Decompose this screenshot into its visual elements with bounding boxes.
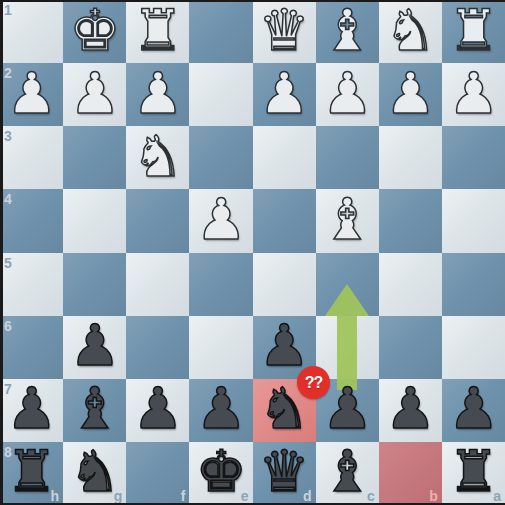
square-e3[interactable] (189, 126, 252, 189)
square-d3[interactable] (253, 126, 316, 189)
piece-white-pawn-b2[interactable]: ♟ (385, 65, 436, 122)
piece-white-bishop-c4[interactable]: ♝ (322, 191, 373, 248)
square-b1[interactable]: ♞ (379, 0, 442, 63)
square-h1[interactable]: 1 (0, 0, 63, 63)
piece-white-pawn-c2[interactable]: ♟ (322, 65, 373, 122)
blunder-badge: ?? (297, 366, 330, 399)
square-b5[interactable] (379, 253, 442, 316)
square-f1[interactable]: ♜ (126, 0, 189, 63)
square-b2[interactable]: ♟ (379, 63, 442, 126)
piece-white-pawn-f2[interactable]: ♟ (132, 65, 183, 122)
square-c6[interactable] (316, 316, 379, 379)
square-c1[interactable]: ♝ (316, 0, 379, 63)
board-edge-left (0, 0, 3, 505)
square-b4[interactable] (379, 189, 442, 252)
square-g6[interactable]: ♟ (63, 316, 126, 379)
square-d5[interactable] (253, 253, 316, 316)
square-f3[interactable]: ♞ (126, 126, 189, 189)
square-e6[interactable] (189, 316, 252, 379)
blunder-badge-text: ?? (305, 374, 323, 392)
square-f4[interactable] (126, 189, 189, 252)
square-f8[interactable]: f (126, 442, 189, 505)
square-c5[interactable] (316, 253, 379, 316)
piece-white-pawn-a2[interactable]: ♟ (448, 65, 499, 122)
square-g5[interactable] (63, 253, 126, 316)
square-h2[interactable]: 2♟ (0, 63, 63, 126)
square-a4[interactable] (442, 189, 505, 252)
piece-white-knight-b1[interactable]: ♞ (385, 2, 436, 59)
square-e8[interactable]: e♚ (189, 442, 252, 505)
square-g2[interactable]: ♟ (63, 63, 126, 126)
square-a5[interactable] (442, 253, 505, 316)
piece-black-rook-h8[interactable]: ♜ (6, 443, 57, 500)
piece-black-pawn-c7[interactable]: ♟ (322, 380, 373, 437)
piece-black-pawn-f7[interactable]: ♟ (132, 380, 183, 437)
square-c2[interactable]: ♟ (316, 63, 379, 126)
piece-black-pawn-d6[interactable]: ♟ (259, 317, 310, 374)
rank-label-1: 1 (4, 3, 12, 17)
piece-white-pawn-h2[interactable]: ♟ (6, 65, 57, 122)
piece-white-pawn-d2[interactable]: ♟ (259, 65, 310, 122)
rank-label-5: 5 (4, 256, 12, 270)
square-b6[interactable] (379, 316, 442, 379)
square-e7[interactable]: ♟ (189, 379, 252, 442)
piece-black-bishop-c8[interactable]: ♝ (322, 443, 373, 500)
piece-black-knight-g8[interactable]: ♞ (69, 443, 120, 500)
square-b8[interactable]: b (379, 442, 442, 505)
square-a2[interactable]: ♟ (442, 63, 505, 126)
board-edge-top (0, 0, 505, 2)
square-g3[interactable] (63, 126, 126, 189)
square-f7[interactable]: ♟ (126, 379, 189, 442)
square-f5[interactable] (126, 253, 189, 316)
file-label-f: f (181, 489, 186, 503)
square-h7[interactable]: 7♟ (0, 379, 63, 442)
file-label-b: b (429, 489, 438, 503)
square-e2[interactable] (189, 63, 252, 126)
square-e1[interactable] (189, 0, 252, 63)
piece-black-pawn-e7[interactable]: ♟ (195, 380, 246, 437)
square-c8[interactable]: c♝ (316, 442, 379, 505)
square-h5[interactable]: 5 (0, 253, 63, 316)
square-c4[interactable]: ♝ (316, 189, 379, 252)
piece-white-knight-f3[interactable]: ♞ (132, 128, 183, 185)
square-g7[interactable]: ♝ (63, 379, 126, 442)
piece-black-pawn-a7[interactable]: ♟ (448, 380, 499, 437)
rank-label-6: 6 (4, 319, 12, 333)
square-e5[interactable] (189, 253, 252, 316)
square-b3[interactable] (379, 126, 442, 189)
piece-black-pawn-g6[interactable]: ♟ (69, 317, 120, 374)
square-g4[interactable] (63, 189, 126, 252)
piece-black-pawn-b7[interactable]: ♟ (385, 380, 436, 437)
square-b7[interactable]: ♟ (379, 379, 442, 442)
piece-black-bishop-g7[interactable]: ♝ (69, 380, 120, 437)
piece-white-rook-a1[interactable]: ♜ (448, 2, 499, 59)
square-h3[interactable]: 3 (0, 126, 63, 189)
piece-black-rook-a8[interactable]: ♜ (448, 443, 499, 500)
piece-black-queen-d8[interactable]: ♛ (259, 443, 310, 500)
piece-white-pawn-e4[interactable]: ♟ (195, 191, 246, 248)
chess-board: 1♚♜♛♝♞♜2♟♟♟♟♟♟♟3♞4♟♝56♟♟7♟♝♟♟♞♟♟♟8h♜g♞fe… (0, 0, 505, 505)
piece-white-rook-f1[interactable]: ♜ (132, 2, 183, 59)
square-f6[interactable] (126, 316, 189, 379)
square-h4[interactable]: 4 (0, 189, 63, 252)
square-d2[interactable]: ♟ (253, 63, 316, 126)
piece-white-pawn-g2[interactable]: ♟ (69, 65, 120, 122)
square-d8[interactable]: d♛ (253, 442, 316, 505)
square-a6[interactable] (442, 316, 505, 379)
chess-board-frame: 1♚♜♛♝♞♜2♟♟♟♟♟♟♟3♞4♟♝56♟♟7♟♝♟♟♞♟♟♟8h♜g♞fe… (0, 0, 505, 505)
square-c3[interactable] (316, 126, 379, 189)
rank-label-4: 4 (4, 192, 12, 206)
square-a8[interactable]: a♜ (442, 442, 505, 505)
square-d1[interactable]: ♛ (253, 0, 316, 63)
square-a1[interactable]: ♜ (442, 0, 505, 63)
square-f2[interactable]: ♟ (126, 63, 189, 126)
piece-black-pawn-h7[interactable]: ♟ (6, 380, 57, 437)
rank-label-3: 3 (4, 129, 12, 143)
piece-white-king-g1[interactable]: ♚ (69, 2, 120, 59)
square-h6[interactable]: 6 (0, 316, 63, 379)
square-a3[interactable] (442, 126, 505, 189)
square-g1[interactable]: ♚ (63, 0, 126, 63)
square-g8[interactable]: g♞ (63, 442, 126, 505)
square-h8[interactable]: 8h♜ (0, 442, 63, 505)
piece-black-king-e8[interactable]: ♚ (195, 443, 246, 500)
piece-white-queen-d1[interactable]: ♛ (259, 2, 310, 59)
square-a7[interactable]: ♟ (442, 379, 505, 442)
square-e4[interactable]: ♟ (189, 189, 252, 252)
piece-white-bishop-c1[interactable]: ♝ (322, 2, 373, 59)
square-d4[interactable] (253, 189, 316, 252)
